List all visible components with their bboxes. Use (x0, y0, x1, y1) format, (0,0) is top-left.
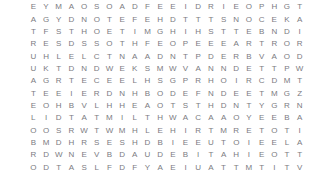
grid-cell[interactable]: O (40, 100, 53, 112)
grid-cell[interactable]: D (103, 87, 116, 99)
grid-cell[interactable]: S (52, 125, 65, 137)
grid-cell[interactable]: O (27, 125, 40, 137)
grid-cell[interactable]: D (166, 13, 179, 25)
grid-cell[interactable]: P (255, 1, 268, 13)
grid-cell[interactable]: U (27, 50, 40, 62)
grid-cell[interactable]: B (179, 149, 192, 161)
grid-cell[interactable]: K (40, 63, 53, 75)
grid-cell[interactable]: E (217, 50, 230, 62)
grid-cell[interactable]: W (103, 125, 116, 137)
grid-cell[interactable]: S (52, 26, 65, 38)
grid-cell[interactable]: U (27, 63, 40, 75)
grid-cell[interactable]: B (65, 100, 78, 112)
grid-cell[interactable]: A (205, 112, 218, 124)
grid-cell[interactable]: D (154, 149, 167, 161)
grid-cell[interactable]: T (103, 13, 116, 25)
grid-cell[interactable]: D (166, 87, 179, 99)
grid-cell[interactable]: E (141, 13, 154, 25)
grid-cell[interactable]: A (179, 112, 192, 124)
grid-cell[interactable]: O (103, 1, 116, 13)
grid-cell[interactable]: E (103, 137, 116, 149)
grid-cell[interactable]: D (128, 1, 141, 13)
grid-cell[interactable]: E (268, 112, 281, 124)
grid-cell[interactable]: E (154, 125, 167, 137)
grid-cell[interactable]: M (40, 137, 53, 149)
grid-cell[interactable]: T (217, 137, 230, 149)
grid-cell[interactable]: H (128, 125, 141, 137)
grid-cell[interactable]: G (40, 13, 53, 25)
grid-cell[interactable]: H (154, 13, 167, 25)
grid-cell[interactable]: T (65, 75, 78, 87)
grid-cell[interactable]: H (166, 26, 179, 38)
grid-cell[interactable]: A (65, 162, 78, 174)
grid-cell[interactable]: T (230, 26, 243, 38)
grid-cell[interactable]: H (128, 38, 141, 50)
grid-cell[interactable]: P (179, 38, 192, 50)
grid-cell[interactable]: T (255, 125, 268, 137)
grid-cell[interactable]: L (90, 100, 103, 112)
grid-cell[interactable]: D (65, 13, 78, 25)
grid-cell[interactable]: R (90, 87, 103, 99)
grid-cell[interactable]: O (154, 100, 167, 112)
grid-cell[interactable]: E (116, 13, 129, 25)
grid-cell[interactable]: H (205, 75, 218, 87)
grid-cell[interactable]: E (179, 137, 192, 149)
grid-cell[interactable]: O (78, 1, 91, 13)
grid-cell[interactable]: T (52, 63, 65, 75)
grid-cell[interactable]: I (166, 137, 179, 149)
grid-cell[interactable]: D (65, 38, 78, 50)
grid-cell[interactable]: D (217, 87, 230, 99)
grid-cell[interactable]: A (230, 38, 243, 50)
grid-cell[interactable]: H (205, 100, 218, 112)
grid-cell[interactable]: S (90, 137, 103, 149)
grid-cell[interactable]: R (52, 75, 65, 87)
grid-cell[interactable]: P (179, 75, 192, 87)
grid-cell[interactable]: T (166, 100, 179, 112)
grid-cell[interactable]: T (27, 87, 40, 99)
grid-cell[interactable]: G (281, 87, 294, 99)
grid-cell[interactable]: O (281, 50, 294, 62)
grid-cell[interactable]: G (40, 75, 53, 87)
grid-cell[interactable]: S (90, 1, 103, 13)
grid-cell[interactable]: N (205, 63, 218, 75)
grid-cell[interactable]: G (154, 26, 167, 38)
grid-cell[interactable]: E (154, 38, 167, 50)
grid-cell[interactable]: E (27, 1, 40, 13)
grid-cell[interactable]: Y (243, 112, 256, 124)
grid-cell[interactable]: N (230, 13, 243, 25)
grid-cell[interactable]: I (179, 26, 192, 38)
grid-cell[interactable]: T (27, 26, 40, 38)
grid-cell[interactable]: I (230, 75, 243, 87)
grid-cell[interactable]: C (90, 75, 103, 87)
grid-cell[interactable]: I (293, 125, 306, 137)
grid-cell[interactable]: L (27, 112, 40, 124)
grid-cell[interactable]: I (179, 162, 192, 174)
grid-cell[interactable]: L (141, 125, 154, 137)
grid-cell[interactable]: I (116, 112, 129, 124)
grid-cell[interactable]: D (141, 137, 154, 149)
grid-cell[interactable]: A (205, 162, 218, 174)
grid-cell[interactable]: B (103, 149, 116, 161)
grid-cell[interactable]: R (78, 137, 91, 149)
grid-cell[interactable]: A (128, 50, 141, 62)
grid-cell[interactable]: I (179, 1, 192, 13)
grid-cell[interactable]: O (40, 125, 53, 137)
grid-cell[interactable]: N (293, 100, 306, 112)
grid-cell[interactable]: D (268, 75, 281, 87)
grid-cell[interactable]: A (141, 100, 154, 112)
grid-cell[interactable]: L (90, 162, 103, 174)
grid-cell[interactable]: Y (40, 1, 53, 13)
grid-cell[interactable]: C (90, 50, 103, 62)
grid-cell[interactable]: E (27, 100, 40, 112)
grid-cell[interactable]: T (255, 162, 268, 174)
grid-cell[interactable]: F (141, 38, 154, 50)
grid-cell[interactable]: D (40, 149, 53, 161)
grid-cell[interactable]: D (52, 112, 65, 124)
grid-cell[interactable]: T (90, 125, 103, 137)
grid-cell[interactable]: R (230, 125, 243, 137)
grid-cell[interactable]: A (65, 1, 78, 13)
grid-cell[interactable]: U (192, 162, 205, 174)
grid-cell[interactable]: P (192, 50, 205, 62)
grid-cell[interactable]: S (154, 75, 167, 87)
grid-cell[interactable]: E (128, 100, 141, 112)
grid-cell[interactable]: E (103, 75, 116, 87)
grid-cell[interactable]: H (230, 149, 243, 161)
grid-cell[interactable]: R (27, 149, 40, 161)
grid-cell[interactable]: M (243, 162, 256, 174)
grid-cell[interactable]: S (90, 38, 103, 50)
grid-cell[interactable]: G (166, 75, 179, 87)
grid-cell[interactable]: T (281, 149, 294, 161)
grid-cell[interactable]: T (90, 112, 103, 124)
grid-cell[interactable]: T (205, 149, 218, 161)
grid-cell[interactable]: T (116, 26, 129, 38)
grid-cell[interactable]: E (268, 137, 281, 149)
grid-cell[interactable]: T (116, 38, 129, 50)
grid-cell[interactable]: T (179, 50, 192, 62)
grid-cell[interactable]: O (230, 112, 243, 124)
grid-cell[interactable]: G (268, 100, 281, 112)
grid-cell[interactable]: H (116, 100, 129, 112)
grid-cell[interactable]: E (40, 87, 53, 99)
grid-cell[interactable]: D (90, 63, 103, 75)
grid-cell[interactable]: F (192, 87, 205, 99)
grid-cell[interactable]: E (243, 63, 256, 75)
grid-cell[interactable]: N (78, 13, 91, 25)
grid-cell[interactable]: A (293, 137, 306, 149)
grid-cell[interactable]: O (230, 137, 243, 149)
grid-cell[interactable]: E (52, 87, 65, 99)
grid-cell[interactable]: A (293, 112, 306, 124)
grid-cell[interactable]: N (78, 63, 91, 75)
grid-cell[interactable]: H (65, 137, 78, 149)
grid-cell[interactable]: A (128, 149, 141, 161)
grid-cell[interactable]: O (90, 26, 103, 38)
grid-cell[interactable]: W (78, 125, 91, 137)
grid-cell[interactable]: R (293, 38, 306, 50)
grid-cell[interactable]: U (141, 149, 154, 161)
grid-cell[interactable]: D (217, 100, 230, 112)
grid-cell[interactable]: E (103, 26, 116, 38)
grid-cell[interactable]: R (268, 38, 281, 50)
grid-cell[interactable]: T (255, 63, 268, 75)
grid-cell[interactable]: Z (293, 87, 306, 99)
grid-cell[interactable]: T (293, 75, 306, 87)
grid-cell[interactable]: F (128, 13, 141, 25)
grid-cell[interactable]: A (192, 63, 205, 75)
grid-cell[interactable]: W (293, 63, 306, 75)
grid-cell[interactable]: E (192, 137, 205, 149)
grid-cell[interactable]: I (243, 149, 256, 161)
grid-cell[interactable]: K (128, 63, 141, 75)
grid-cell[interactable]: V (78, 100, 91, 112)
grid-cell[interactable]: V (293, 162, 306, 174)
grid-cell[interactable]: T (268, 63, 281, 75)
grid-cell[interactable]: E (230, 1, 243, 13)
grid-cell[interactable]: E (78, 87, 91, 99)
grid-cell[interactable]: Y (52, 13, 65, 25)
grid-cell[interactable]: H (166, 125, 179, 137)
grid-cell[interactable]: T (255, 38, 268, 50)
grid-cell[interactable]: O (268, 125, 281, 137)
grid-cell[interactable]: M (141, 26, 154, 38)
grid-cell[interactable]: W (52, 149, 65, 161)
grid-cell[interactable]: H (78, 26, 91, 38)
grid-cell[interactable]: E (154, 1, 167, 13)
grid-cell[interactable]: E (40, 38, 53, 50)
grid-cell[interactable]: R (192, 125, 205, 137)
grid-cell[interactable]: B (141, 87, 154, 99)
grid-cell[interactable]: S (78, 38, 91, 50)
grid-cell[interactable]: M (217, 125, 230, 137)
grid-cell[interactable]: E (78, 149, 91, 161)
grid-cell[interactable]: E (166, 149, 179, 161)
grid-cell[interactable]: M (154, 63, 167, 75)
grid-cell[interactable]: Y (255, 100, 268, 112)
grid-cell[interactable]: N (205, 87, 218, 99)
grid-cell[interactable]: I (268, 162, 281, 174)
grid-cell[interactable]: E (255, 112, 268, 124)
grid-cell[interactable]: T (243, 100, 256, 112)
grid-cell[interactable]: E (116, 63, 129, 75)
grid-cell[interactable]: E (243, 125, 256, 137)
grid-cell[interactable]: E (65, 50, 78, 62)
grid-cell[interactable]: N (116, 87, 129, 99)
grid-cell[interactable]: B (281, 112, 294, 124)
grid-cell[interactable]: O (27, 162, 40, 174)
grid-cell[interactable]: A (27, 75, 40, 87)
grid-cell[interactable]: F (141, 1, 154, 13)
grid-cell[interactable]: B (255, 26, 268, 38)
grid-cell[interactable]: A (27, 13, 40, 25)
grid-cell[interactable]: I (243, 137, 256, 149)
grid-cell[interactable]: A (217, 112, 230, 124)
grid-cell[interactable]: D (116, 162, 129, 174)
grid-cell[interactable]: H (103, 100, 116, 112)
grid-cell[interactable]: T (103, 50, 116, 62)
grid-cell[interactable]: C (255, 13, 268, 25)
grid-cell[interactable]: D (192, 1, 205, 13)
grid-cell[interactable]: E (255, 137, 268, 149)
grid-cell[interactable]: H (268, 1, 281, 13)
grid-cell[interactable]: H (141, 75, 154, 87)
grid-cell[interactable]: V (179, 63, 192, 75)
grid-cell[interactable]: R (243, 75, 256, 87)
grid-cell[interactable]: K (281, 13, 294, 25)
grid-cell[interactable]: D (205, 50, 218, 62)
grid-cell[interactable]: A (293, 13, 306, 25)
grid-cell[interactable]: Y (141, 162, 154, 174)
grid-cell[interactable]: E (243, 87, 256, 99)
grid-cell[interactable]: C (255, 75, 268, 87)
grid-cell[interactable]: V (90, 149, 103, 161)
grid-cell[interactable]: N (268, 26, 281, 38)
grid-cell[interactable]: O (281, 38, 294, 50)
grid-cell[interactable]: T (205, 125, 218, 137)
grid-cell[interactable]: O (243, 1, 256, 13)
grid-cell[interactable]: E (217, 38, 230, 50)
grid-cell[interactable]: R (65, 125, 78, 137)
grid-cell[interactable]: M (281, 75, 294, 87)
grid-cell[interactable]: H (192, 26, 205, 38)
grid-cell[interactable]: T (293, 1, 306, 13)
grid-cell[interactable]: T (192, 13, 205, 25)
grid-cell[interactable]: F (128, 162, 141, 174)
grid-cell[interactable]: T (52, 162, 65, 174)
grid-cell[interactable]: I (128, 26, 141, 38)
grid-cell[interactable]: C (192, 112, 205, 124)
grid-cell[interactable]: T (179, 13, 192, 25)
grid-cell[interactable]: B (243, 50, 256, 62)
grid-cell[interactable]: I (192, 149, 205, 161)
grid-cell[interactable]: E (116, 75, 129, 87)
grid-cell[interactable]: E (255, 149, 268, 161)
grid-cell[interactable]: H (128, 137, 141, 149)
grid-cell[interactable]: R (27, 38, 40, 50)
grid-cell[interactable]: A (78, 112, 91, 124)
grid-cell[interactable]: O (90, 13, 103, 25)
grid-cell[interactable]: S (116, 137, 129, 149)
grid-cell[interactable]: H (40, 50, 53, 62)
grid-cell[interactable]: R (281, 100, 294, 112)
grid-cell[interactable]: L (78, 50, 91, 62)
grid-cell[interactable]: S (141, 63, 154, 75)
grid-cell[interactable]: E (166, 1, 179, 13)
grid-cell[interactable]: D (154, 50, 167, 62)
grid-cell[interactable]: E (230, 87, 243, 99)
grid-cell[interactable]: O (243, 13, 256, 25)
grid-cell[interactable]: M (268, 87, 281, 99)
grid-cell[interactable]: D (65, 63, 78, 75)
grid-cell[interactable]: F (103, 162, 116, 174)
grid-cell[interactable]: O (154, 87, 167, 99)
grid-cell[interactable]: R (192, 75, 205, 87)
grid-cell[interactable]: B (27, 137, 40, 149)
grid-cell[interactable]: D (52, 137, 65, 149)
grid-cell[interactable]: S (52, 38, 65, 50)
grid-cell[interactable]: E (179, 87, 192, 99)
grid-cell[interactable]: H (128, 87, 141, 99)
grid-cell[interactable]: N (166, 50, 179, 62)
grid-cell[interactable]: T (205, 13, 218, 25)
grid-cell[interactable]: O (103, 38, 116, 50)
grid-cell[interactable]: U (205, 137, 218, 149)
grid-cell[interactable]: L (128, 75, 141, 87)
grid-cell[interactable]: V (255, 50, 268, 62)
grid-cell[interactable]: I (217, 1, 230, 13)
grid-cell[interactable]: W (166, 112, 179, 124)
grid-cell[interactable]: M (52, 1, 65, 13)
grid-cell[interactable]: O (166, 38, 179, 50)
grid-cell[interactable]: L (281, 137, 294, 149)
grid-cell[interactable]: S (179, 100, 192, 112)
grid-cell[interactable]: T (281, 125, 294, 137)
grid-cell[interactable]: I (179, 125, 192, 137)
grid-cell[interactable]: D (293, 50, 306, 62)
grid-cell[interactable]: E (243, 26, 256, 38)
grid-cell[interactable]: E (268, 13, 281, 25)
grid-cell[interactable]: F (40, 26, 53, 38)
grid-cell[interactable]: N (116, 50, 129, 62)
grid-cell[interactable]: I (40, 112, 53, 124)
grid-cell[interactable]: D (281, 26, 294, 38)
grid-cell[interactable]: T (281, 162, 294, 174)
grid-cell[interactable]: W (166, 63, 179, 75)
grid-cell[interactable]: N (230, 100, 243, 112)
grid-cell[interactable]: D (40, 162, 53, 174)
grid-cell[interactable]: S (78, 162, 91, 174)
grid-cell[interactable]: L (52, 50, 65, 62)
grid-cell[interactable]: P (281, 63, 294, 75)
grid-cell[interactable]: T (230, 162, 243, 174)
grid-cell[interactable]: M (103, 112, 116, 124)
grid-cell[interactable]: G (281, 1, 294, 13)
grid-cell[interactable]: T (65, 112, 78, 124)
grid-cell[interactable]: B (154, 137, 167, 149)
grid-cell[interactable]: T (217, 26, 230, 38)
grid-cell[interactable]: N (217, 63, 230, 75)
grid-cell[interactable]: I (293, 26, 306, 38)
grid-cell[interactable]: H (52, 100, 65, 112)
grid-cell[interactable]: E (166, 162, 179, 174)
grid-cell[interactable]: T (192, 100, 205, 112)
grid-cell[interactable]: N (65, 149, 78, 161)
grid-cell[interactable]: R (243, 38, 256, 50)
grid-cell[interactable]: L (128, 112, 141, 124)
grid-cell[interactable]: O (268, 149, 281, 161)
grid-cell[interactable]: I (65, 87, 78, 99)
grid-cell[interactable]: E (205, 38, 218, 50)
grid-cell[interactable]: D (230, 63, 243, 75)
grid-cell[interactable]: T (255, 87, 268, 99)
grid-cell[interactable]: S (217, 13, 230, 25)
grid-cell[interactable]: T (217, 162, 230, 174)
grid-cell[interactable]: M (116, 125, 129, 137)
grid-cell[interactable]: T (141, 112, 154, 124)
grid-cell[interactable]: D (116, 149, 129, 161)
grid-cell[interactable]: A (217, 149, 230, 161)
grid-cell[interactable]: O (217, 75, 230, 87)
grid-cell[interactable]: S (205, 26, 218, 38)
grid-cell[interactable]: E (78, 75, 91, 87)
grid-cell[interactable]: H (154, 112, 167, 124)
grid-cell[interactable]: A (268, 50, 281, 62)
grid-cell[interactable]: A (116, 1, 129, 13)
